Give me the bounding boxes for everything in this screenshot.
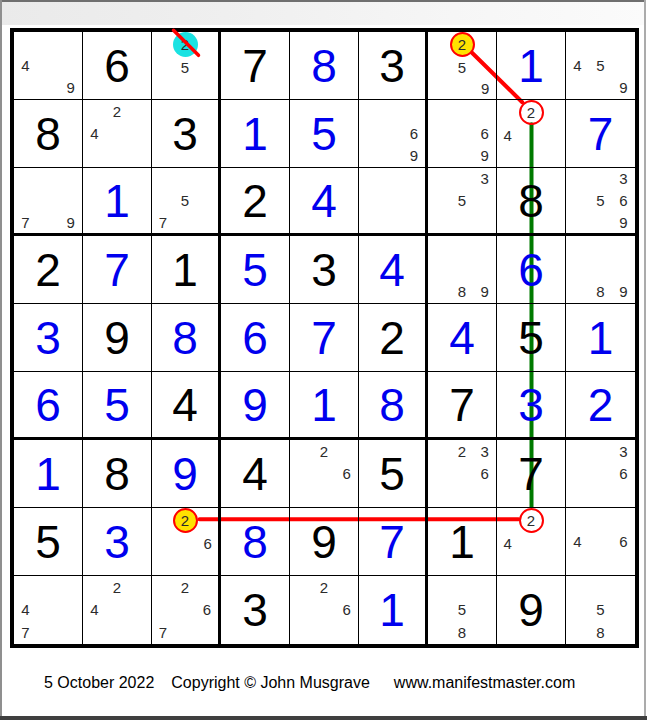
pencil-marks: 24 bbox=[83, 100, 151, 167]
candidate-2: 2 bbox=[106, 100, 129, 122]
candidate-4: 4 bbox=[83, 122, 106, 144]
pencil-marks: 89 bbox=[566, 236, 635, 303]
candidate-2: 2 bbox=[519, 508, 544, 533]
candidate-6: 6 bbox=[612, 462, 635, 484]
candidate-4: 4 bbox=[14, 54, 37, 76]
pencil-marks: 58 bbox=[428, 576, 496, 644]
cell-r9c1[interactable]: 47 bbox=[14, 576, 83, 644]
candidate-2: 2 bbox=[313, 440, 336, 462]
cell-r9c5[interactable]: 26 bbox=[290, 576, 359, 644]
candidate-6: 6 bbox=[473, 462, 496, 484]
cell-value: 5 bbox=[14, 508, 82, 575]
cell-r4c9[interactable]: 89 bbox=[566, 236, 635, 304]
candidate-3: 3 bbox=[612, 168, 635, 190]
cell-r4c2[interactable]: 7 bbox=[83, 236, 152, 304]
cell-value: 6 bbox=[221, 304, 289, 371]
cell-value: 3 bbox=[359, 32, 425, 99]
candidate-4: 4 bbox=[497, 533, 519, 554]
candidate-8: 8 bbox=[451, 621, 474, 644]
candidate-5: 5 bbox=[173, 57, 198, 78]
cell-r3c9[interactable]: 3569 bbox=[566, 168, 635, 236]
cell-value: 4 bbox=[290, 168, 358, 233]
cell-value: 6 bbox=[497, 236, 565, 303]
candidate-6: 6 bbox=[473, 122, 496, 144]
cell-value: 6 bbox=[14, 372, 82, 437]
cell-r7c8[interactable]: 7 bbox=[497, 440, 566, 508]
cell-r1c3[interactable]: 25 bbox=[152, 32, 221, 100]
cell-r6c5[interactable]: 1 bbox=[290, 372, 359, 440]
cell-r8c3[interactable]: 26 bbox=[152, 508, 221, 576]
pencil-marks: 267 bbox=[152, 576, 218, 644]
cell-r4c4[interactable]: 5 bbox=[221, 236, 290, 304]
candidate-6: 6 bbox=[612, 190, 635, 212]
candidate-9: 9 bbox=[612, 211, 635, 233]
pencil-marks: 26 bbox=[290, 440, 358, 507]
cell-r6c8[interactable]: 3 bbox=[497, 372, 566, 440]
cell-r5c3[interactable]: 8 bbox=[152, 304, 221, 372]
cell-value: 7 bbox=[497, 440, 565, 507]
pencil-marks: 236 bbox=[428, 440, 496, 507]
cell-r9c2[interactable]: 24 bbox=[83, 576, 152, 644]
cell-r4c7[interactable]: 89 bbox=[428, 236, 497, 304]
cell-value: 7 bbox=[566, 100, 635, 167]
pencil-marks: 25 bbox=[152, 32, 218, 99]
candidate-9: 9 bbox=[473, 281, 496, 303]
cell-r9c9[interactable]: 58 bbox=[566, 576, 635, 644]
cell-r9c8[interactable]: 9 bbox=[497, 576, 566, 644]
cell-r2c9[interactable]: 7 bbox=[566, 100, 635, 168]
pencil-marks bbox=[359, 168, 425, 233]
cell-r8c5[interactable]: 9 bbox=[290, 508, 359, 576]
cell-r6c4[interactable]: 9 bbox=[221, 372, 290, 440]
cell-value: 7 bbox=[359, 508, 425, 575]
cell-r7c5[interactable]: 26 bbox=[290, 440, 359, 508]
cell-r7c3[interactable]: 9 bbox=[152, 440, 221, 508]
cell-value: 3 bbox=[221, 576, 289, 644]
candidate-2: 2 bbox=[451, 440, 474, 462]
cell-value: 2 bbox=[14, 236, 82, 303]
cell-r2c5[interactable]: 5 bbox=[290, 100, 359, 168]
cell-value: 4 bbox=[152, 372, 218, 437]
cell-value: 1 bbox=[152, 236, 218, 303]
cell-value: 9 bbox=[152, 440, 218, 507]
candidate-5: 5 bbox=[450, 57, 475, 78]
candidate-5: 5 bbox=[589, 54, 612, 76]
candidate-5: 5 bbox=[174, 190, 196, 212]
cell-value: 5 bbox=[359, 440, 425, 507]
cell-value: 4 bbox=[221, 440, 289, 507]
cell-value: 8 bbox=[290, 32, 358, 99]
candidate-8: 8 bbox=[451, 281, 474, 303]
cell-r7c2[interactable]: 8 bbox=[83, 440, 152, 508]
cell-value: 1 bbox=[428, 508, 496, 575]
cell-value: 1 bbox=[290, 372, 358, 437]
cell-value: 5 bbox=[83, 372, 151, 437]
window-toolbar bbox=[0, 0, 646, 25]
cell-r1c5[interactable]: 8 bbox=[290, 32, 359, 100]
cell-value: 2 bbox=[221, 168, 289, 233]
cell-r3c6[interactable] bbox=[359, 168, 428, 236]
candidate-9: 9 bbox=[612, 77, 635, 99]
cell-value: 2 bbox=[359, 304, 425, 371]
pencil-marks: 89 bbox=[428, 236, 496, 303]
cell-value: 8 bbox=[497, 168, 565, 233]
candidate-7: 7 bbox=[14, 621, 37, 644]
caption-website: www.manifestmaster.com bbox=[394, 674, 575, 692]
candidate-2: 2 bbox=[173, 508, 198, 533]
cell-r7c6[interactable]: 5 bbox=[359, 440, 428, 508]
cell-r4c3[interactable]: 1 bbox=[152, 236, 221, 304]
cell-value: 3 bbox=[83, 508, 151, 575]
cell-r3c2[interactable]: 1 bbox=[83, 168, 152, 236]
cell-value: 1 bbox=[221, 100, 289, 167]
cell-r9c4[interactable]: 3 bbox=[221, 576, 290, 644]
candidate-6: 6 bbox=[335, 599, 358, 622]
pencil-marks: 46 bbox=[566, 508, 635, 575]
candidate-9: 9 bbox=[59, 77, 82, 99]
pencil-marks: 459 bbox=[566, 32, 635, 99]
pencil-marks: 24 bbox=[83, 576, 151, 644]
cell-r3c5[interactable]: 4 bbox=[290, 168, 359, 236]
candidate-3: 3 bbox=[612, 440, 635, 462]
candidate-9: 9 bbox=[612, 281, 635, 303]
cell-value: 7 bbox=[290, 304, 358, 371]
cell-value: 1 bbox=[566, 304, 635, 371]
cell-value: 3 bbox=[497, 372, 565, 437]
cell-r6c9[interactable]: 2 bbox=[566, 372, 635, 440]
window-edge-bottom bbox=[0, 716, 647, 720]
candidate-9: 9 bbox=[475, 78, 497, 99]
candidate-3: 3 bbox=[473, 168, 496, 190]
cell-r8c7[interactable]: 1 bbox=[428, 508, 497, 576]
pencil-marks: 3569 bbox=[566, 168, 635, 233]
cell-r5c7[interactable]: 4 bbox=[428, 304, 497, 372]
caption-copyright: Copyright © John Musgrave bbox=[171, 674, 370, 692]
cell-r2c3[interactable]: 3 bbox=[152, 100, 221, 168]
candidate-5: 5 bbox=[589, 599, 612, 622]
candidate-7: 7 bbox=[152, 621, 174, 644]
cell-r1c6[interactable]: 3 bbox=[359, 32, 428, 100]
cell-r8c2[interactable]: 3 bbox=[83, 508, 152, 576]
pencil-marks: 24 bbox=[497, 508, 565, 575]
cell-r1c1[interactable]: 49 bbox=[14, 32, 83, 100]
candidate-2: 2 bbox=[173, 32, 198, 57]
pencil-marks: 57 bbox=[152, 168, 218, 233]
pencil-marks: 26 bbox=[152, 508, 218, 575]
candidate-2: 2 bbox=[313, 576, 336, 599]
candidate-8: 8 bbox=[589, 621, 612, 644]
cell-r2c2[interactable]: 24 bbox=[83, 100, 152, 168]
candidate-6: 6 bbox=[335, 462, 358, 484]
cell-value: 9 bbox=[221, 372, 289, 437]
cell-value: 1 bbox=[14, 440, 82, 507]
candidate-2: 2 bbox=[450, 32, 475, 57]
cell-value: 8 bbox=[14, 100, 82, 167]
cell-r6c7[interactable]: 7 bbox=[428, 372, 497, 440]
candidate-5: 5 bbox=[451, 190, 474, 212]
cell-r2c1[interactable]: 8 bbox=[14, 100, 83, 168]
cell-r1c4[interactable]: 7 bbox=[221, 32, 290, 100]
candidate-4: 4 bbox=[566, 54, 589, 76]
cell-value: 9 bbox=[290, 508, 358, 575]
pencil-marks: 49 bbox=[14, 32, 82, 99]
cell-r6c3[interactable]: 4 bbox=[152, 372, 221, 440]
caption: 5 October 2022Copyright © John Musgravew… bbox=[44, 674, 575, 692]
pencil-marks: 69 bbox=[359, 100, 425, 167]
cell-value: 1 bbox=[497, 32, 565, 99]
candidate-2: 2 bbox=[106, 576, 129, 599]
candidate-5: 5 bbox=[589, 190, 612, 212]
candidate-7: 7 bbox=[14, 211, 37, 233]
cell-r5c4[interactable]: 6 bbox=[221, 304, 290, 372]
candidate-9: 9 bbox=[473, 145, 496, 167]
cell-r1c7[interactable]: 259 bbox=[428, 32, 497, 100]
cell-r3c3[interactable]: 57 bbox=[152, 168, 221, 236]
cell-value: 5 bbox=[221, 236, 289, 303]
pencil-marks: 58 bbox=[566, 576, 635, 644]
cell-r1c2[interactable]: 6 bbox=[83, 32, 152, 100]
cell-r1c9[interactable]: 459 bbox=[566, 32, 635, 100]
sudoku-board[interactable]: 4962578325914598243156969247791572435835… bbox=[10, 28, 639, 648]
cell-r4c8[interactable]: 6 bbox=[497, 236, 566, 304]
cell-r2c7[interactable]: 69 bbox=[428, 100, 497, 168]
cell-value: 2 bbox=[566, 372, 635, 437]
candidate-4: 4 bbox=[497, 125, 519, 146]
cell-value: 8 bbox=[152, 304, 218, 371]
cell-value: 7 bbox=[221, 32, 289, 99]
candidate-6: 6 bbox=[612, 530, 635, 552]
cell-r5c6[interactable]: 2 bbox=[359, 304, 428, 372]
cell-r5c5[interactable]: 7 bbox=[290, 304, 359, 372]
cell-value: 1 bbox=[83, 168, 151, 233]
cell-value: 3 bbox=[290, 236, 358, 303]
cell-r3c1[interactable]: 79 bbox=[14, 168, 83, 236]
caption-date: 5 October 2022 bbox=[44, 674, 154, 692]
cell-r5c9[interactable]: 1 bbox=[566, 304, 635, 372]
cell-value: 5 bbox=[497, 304, 565, 371]
cell-value: 5 bbox=[290, 100, 358, 167]
cell-r5c8[interactable]: 5 bbox=[497, 304, 566, 372]
candidate-8: 8 bbox=[589, 281, 612, 303]
cell-value: 1 bbox=[359, 576, 425, 644]
cell-value: 8 bbox=[83, 440, 151, 507]
cell-value: 4 bbox=[428, 304, 496, 371]
cell-r9c3[interactable]: 267 bbox=[152, 576, 221, 644]
candidate-9: 9 bbox=[59, 211, 82, 233]
cell-r2c4[interactable]: 1 bbox=[221, 100, 290, 168]
candidate-2: 2 bbox=[519, 100, 544, 125]
cell-r7c4[interactable]: 4 bbox=[221, 440, 290, 508]
cell-r3c4[interactable]: 2 bbox=[221, 168, 290, 236]
cell-r3c7[interactable]: 35 bbox=[428, 168, 497, 236]
cell-r8c6[interactable]: 7 bbox=[359, 508, 428, 576]
pencil-marks: 259 bbox=[428, 32, 496, 99]
cell-value: 9 bbox=[497, 576, 565, 644]
pencil-marks: 26 bbox=[290, 576, 358, 644]
pencil-marks: 36 bbox=[566, 440, 635, 507]
candidate-4: 4 bbox=[83, 599, 106, 622]
window-edge-left bbox=[0, 0, 2, 720]
candidate-4: 4 bbox=[14, 599, 37, 622]
cell-r3c8[interactable]: 8 bbox=[497, 168, 566, 236]
candidate-7: 7 bbox=[152, 211, 174, 233]
cell-r5c2[interactable]: 9 bbox=[83, 304, 152, 372]
cell-value: 7 bbox=[83, 236, 151, 303]
window-edge-right bbox=[644, 0, 646, 720]
pencil-marks: 35 bbox=[428, 168, 496, 233]
cell-r6c1[interactable]: 6 bbox=[14, 372, 83, 440]
pencil-marks: 47 bbox=[14, 576, 82, 644]
cell-r7c7[interactable]: 236 bbox=[428, 440, 497, 508]
cell-r4c1[interactable]: 2 bbox=[14, 236, 83, 304]
cell-r7c9[interactable]: 36 bbox=[566, 440, 635, 508]
cell-value: 9 bbox=[83, 304, 151, 371]
candidate-5: 5 bbox=[451, 599, 474, 622]
cell-r1c8[interactable]: 1 bbox=[497, 32, 566, 100]
cell-r2c8[interactable]: 24 bbox=[497, 100, 566, 168]
cell-value: 3 bbox=[14, 304, 82, 371]
candidate-6: 6 bbox=[403, 122, 425, 144]
candidate-6: 6 bbox=[196, 599, 218, 622]
cell-r2c6[interactable]: 69 bbox=[359, 100, 428, 168]
cell-r6c2[interactable]: 5 bbox=[83, 372, 152, 440]
cell-value: 6 bbox=[83, 32, 151, 99]
cell-r4c5[interactable]: 3 bbox=[290, 236, 359, 304]
cell-r8c1[interactable]: 5 bbox=[14, 508, 83, 576]
candidate-2: 2 bbox=[174, 576, 196, 599]
candidate-9: 9 bbox=[403, 145, 425, 167]
cell-r9c7[interactable]: 58 bbox=[428, 576, 497, 644]
candidate-6: 6 bbox=[198, 533, 219, 554]
cell-value: 8 bbox=[359, 372, 425, 437]
pencil-marks: 69 bbox=[428, 100, 496, 167]
cell-r5c1[interactable]: 3 bbox=[14, 304, 83, 372]
cell-r8c4[interactable]: 8 bbox=[221, 508, 290, 576]
cell-value: 7 bbox=[428, 372, 496, 437]
cell-value: 3 bbox=[152, 100, 218, 167]
cell-value: 8 bbox=[221, 508, 289, 575]
cell-r9c6[interactable]: 1 bbox=[359, 576, 428, 644]
cell-r4c6[interactable]: 4 bbox=[359, 236, 428, 304]
cell-r8c9[interactable]: 46 bbox=[566, 508, 635, 576]
cell-r6c6[interactable]: 8 bbox=[359, 372, 428, 440]
candidate-3: 3 bbox=[473, 440, 496, 462]
pencil-marks: 24 bbox=[497, 100, 565, 167]
cell-value: 4 bbox=[359, 236, 425, 303]
cell-r8c8[interactable]: 24 bbox=[497, 508, 566, 576]
cell-r7c1[interactable]: 1 bbox=[14, 440, 83, 508]
pencil-marks: 79 bbox=[14, 168, 82, 233]
candidate-4: 4 bbox=[566, 530, 589, 552]
